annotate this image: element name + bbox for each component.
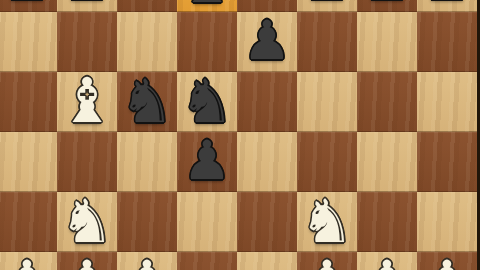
white-pawn-a2[interactable]: ♟	[0, 251, 57, 270]
square-b7[interactable]: ♟	[57, 0, 117, 12]
black-pawn-b7[interactable]: ♟	[57, 0, 117, 11]
white-pawn-f2[interactable]: ♟	[297, 251, 357, 270]
chess-board: ♟♟♝♟♟♟♟♝♞♞♟♞♞♟♟♟♟♟♟	[0, 0, 477, 270]
white-knight-f3[interactable]: ♞	[297, 191, 357, 251]
square-d3[interactable]	[177, 192, 237, 252]
square-d7[interactable]: ♝	[177, 0, 237, 12]
black-knight-c5[interactable]: ♞	[117, 71, 177, 131]
black-pawn-a7[interactable]: ♟	[0, 0, 57, 11]
square-f6[interactable]	[297, 12, 357, 72]
square-e2[interactable]	[237, 252, 297, 270]
square-f5[interactable]	[297, 72, 357, 132]
white-pawn-c2[interactable]: ♟	[117, 251, 177, 270]
square-b5[interactable]: ♝	[57, 72, 117, 132]
white-pawn-h2[interactable]: ♟	[417, 251, 477, 270]
white-bishop-b5[interactable]: ♝	[57, 71, 117, 131]
square-c5[interactable]: ♞	[117, 72, 177, 132]
square-b3[interactable]: ♞	[57, 192, 117, 252]
square-g7[interactable]: ♟	[357, 0, 417, 12]
white-knight-b3[interactable]: ♞	[57, 191, 117, 251]
square-g2[interactable]: ♟	[357, 252, 417, 270]
square-a5[interactable]	[0, 72, 57, 132]
square-e3[interactable]	[237, 192, 297, 252]
square-f3[interactable]: ♞	[297, 192, 357, 252]
square-b2[interactable]: ♟	[57, 252, 117, 270]
square-a3[interactable]	[0, 192, 57, 252]
square-h7[interactable]: ♟	[417, 0, 477, 12]
square-c6[interactable]	[117, 12, 177, 72]
square-e6[interactable]: ♟	[237, 12, 297, 72]
square-a6[interactable]	[0, 12, 57, 72]
black-pawn-e6[interactable]: ♟	[237, 11, 297, 71]
square-c2[interactable]: ♟	[117, 252, 177, 270]
board-crop-frame: ♟♟♝♟♟♟♟♝♞♞♟♞♞♟♟♟♟♟♟	[0, 0, 480, 270]
square-a4[interactable]	[0, 132, 57, 192]
square-g6[interactable]	[357, 12, 417, 72]
white-pawn-g2[interactable]: ♟	[357, 251, 417, 270]
square-g3[interactable]	[357, 192, 417, 252]
square-a7[interactable]: ♟	[0, 0, 57, 12]
square-c4[interactable]	[117, 132, 177, 192]
square-h4[interactable]	[417, 132, 477, 192]
square-d5[interactable]: ♞	[177, 72, 237, 132]
square-g5[interactable]	[357, 72, 417, 132]
square-d6[interactable]	[177, 12, 237, 72]
square-e4[interactable]	[237, 132, 297, 192]
square-b4[interactable]	[57, 132, 117, 192]
square-c3[interactable]	[117, 192, 177, 252]
square-e5[interactable]	[237, 72, 297, 132]
black-pawn-g7[interactable]: ♟	[357, 0, 417, 11]
square-f7[interactable]: ♟	[297, 0, 357, 12]
square-d4[interactable]: ♟	[177, 132, 237, 192]
square-f2[interactable]: ♟	[297, 252, 357, 270]
black-pawn-h7[interactable]: ♟	[417, 0, 477, 11]
square-f4[interactable]	[297, 132, 357, 192]
black-pawn-d4[interactable]: ♟	[177, 131, 237, 191]
white-pawn-b2[interactable]: ♟	[57, 251, 117, 270]
square-c7[interactable]	[117, 0, 177, 12]
square-h2[interactable]: ♟	[417, 252, 477, 270]
square-a2[interactable]: ♟	[0, 252, 57, 270]
black-knight-d5[interactable]: ♞	[177, 71, 237, 131]
square-d2[interactable]	[177, 252, 237, 270]
square-h5[interactable]	[417, 72, 477, 132]
black-pawn-f7[interactable]: ♟	[297, 0, 357, 11]
square-h6[interactable]	[417, 12, 477, 72]
square-g4[interactable]	[357, 132, 417, 192]
square-b6[interactable]	[57, 12, 117, 72]
black-bishop-d7[interactable]: ♝	[177, 0, 237, 11]
square-h3[interactable]	[417, 192, 477, 252]
